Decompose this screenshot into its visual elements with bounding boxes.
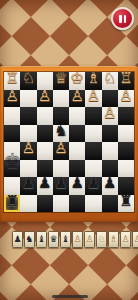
square-g1[interactable]: ♘: [102, 72, 118, 90]
square-a7[interactable]: [4, 177, 20, 195]
piece-wP: ♙: [70, 89, 83, 104]
piece-wB: ♗: [87, 71, 100, 86]
square-e3[interactable]: [69, 107, 85, 125]
piece-wQ: ♕: [54, 71, 67, 86]
square-e6[interactable]: [69, 160, 85, 178]
piece-bN: ♞: [54, 124, 67, 139]
square-b7[interactable]: ♟: [20, 177, 36, 195]
square-a5[interactable]: [4, 142, 20, 160]
captured-piece-tile: ♞: [24, 231, 35, 248]
square-b4[interactable]: [20, 125, 36, 143]
square-h8[interactable]: ♜: [118, 195, 134, 213]
square-h6[interactable]: [118, 160, 134, 178]
piece-wN: ♘: [22, 71, 35, 86]
captured-piece-tile: ♝: [60, 231, 71, 248]
captured-piece-tile: ♙: [72, 231, 83, 248]
square-c6[interactable]: [37, 160, 53, 178]
captured-piece-glyph: ♞: [25, 235, 33, 244]
captured-piece-glyph: ♛: [49, 235, 57, 244]
piece-bP: ♟: [54, 176, 67, 191]
square-g4[interactable]: [102, 125, 118, 143]
square-f8[interactable]: [85, 195, 101, 213]
piece-bR: ♜: [119, 194, 132, 209]
square-e4[interactable]: [69, 125, 85, 143]
square-a6[interactable]: [4, 160, 20, 178]
square-d5[interactable]: ♙: [53, 142, 69, 160]
captured-piece-tile: ♝: [36, 231, 47, 248]
piece-wP: ♙: [22, 141, 35, 156]
captured-piece-tile: ♙: [132, 231, 138, 248]
square-g6[interactable]: [102, 160, 118, 178]
square-d1[interactable]: ♕: [53, 72, 69, 90]
square-e1[interactable]: ♔: [69, 72, 85, 90]
square-h5[interactable]: [118, 142, 134, 160]
square-a4[interactable]: [4, 125, 20, 143]
square-f6[interactable]: [85, 160, 101, 178]
square-c7[interactable]: ♟: [37, 177, 53, 195]
captured-piece-glyph: ♝: [61, 235, 69, 244]
piece-wP: ♙: [87, 89, 100, 104]
captured-piece-tile: ♙: [84, 231, 95, 248]
square-b5[interactable]: ♙: [20, 142, 36, 160]
captured-piece-tile: ♗: [108, 231, 119, 248]
pause-icon: [124, 15, 127, 23]
square-e8[interactable]: [69, 195, 85, 213]
piece-bP: ♟: [38, 176, 51, 191]
piece-bP: ♟: [87, 176, 100, 191]
piece-wR: ♖: [119, 71, 132, 86]
square-g7[interactable]: ♟: [102, 177, 118, 195]
square-c8[interactable]: [37, 195, 53, 213]
square-h4[interactable]: [118, 125, 134, 143]
square-g5[interactable]: [102, 142, 118, 160]
square-e7[interactable]: ♟: [69, 177, 85, 195]
captured-piece-glyph: ♗: [109, 235, 117, 244]
captured-tray-white: ♙♙♘♗♙♙: [72, 231, 138, 248]
piece-wN: ♘: [103, 71, 116, 86]
captured-piece-glyph: ♝: [37, 235, 45, 244]
square-g2[interactable]: [102, 90, 118, 108]
square-c2[interactable]: ♙: [37, 90, 53, 108]
square-a8[interactable]: ♜: [4, 195, 20, 213]
pause-button[interactable]: [111, 7, 134, 30]
square-b8[interactable]: [20, 195, 36, 213]
square-c5[interactable]: [37, 142, 53, 160]
board-frame: ♖♘♕♔♗♘♖♙♙♙♙♙♙♞♙♙♟♟♟♟♟♟♜♜♚: [0, 66, 138, 222]
square-f5[interactable]: [85, 142, 101, 160]
square-d2[interactable]: [53, 90, 69, 108]
square-d3[interactable]: [53, 107, 69, 125]
square-g3[interactable]: ♙: [102, 107, 118, 125]
piece-bP: ♟: [103, 176, 116, 191]
captured-piece-tile: ♛: [48, 231, 59, 248]
piece-wP: ♙: [54, 141, 67, 156]
captured-piece-tile: ♙: [120, 231, 131, 248]
square-a1[interactable]: ♖: [4, 72, 20, 90]
square-c1[interactable]: [37, 72, 53, 90]
square-h1[interactable]: ♖: [118, 72, 134, 90]
square-b1[interactable]: ♘: [20, 72, 36, 90]
square-h2[interactable]: ♙: [118, 90, 134, 108]
captured-piece-tile: ♟: [12, 231, 23, 248]
piece-wR: ♖: [5, 71, 18, 86]
square-g8[interactable]: [102, 195, 118, 213]
square-d8[interactable]: [53, 195, 69, 213]
square-b2[interactable]: [20, 90, 36, 108]
square-h7[interactable]: [118, 177, 134, 195]
piece-wP: ♙: [38, 89, 51, 104]
captured-piece-glyph: ♙: [73, 235, 81, 244]
piece-wP: ♙: [119, 89, 132, 104]
square-a3[interactable]: [4, 107, 20, 125]
captured-piece-tile: ♘: [96, 231, 107, 248]
square-b6[interactable]: [20, 160, 36, 178]
chess-board: ♖♘♕♔♗♘♖♙♙♙♙♙♙♞♙♙♟♟♟♟♟♟♜♜♚: [4, 72, 134, 212]
square-f7[interactable]: ♟: [85, 177, 101, 195]
captured-piece-glyph: ♙: [85, 235, 93, 244]
piece-wP: ♙: [5, 89, 18, 104]
square-f4[interactable]: [85, 125, 101, 143]
square-f2[interactable]: ♙: [85, 90, 101, 108]
piece-bP: ♟: [22, 176, 35, 191]
square-e2[interactable]: ♙: [69, 90, 85, 108]
square-f1[interactable]: ♗: [85, 72, 101, 90]
captured-piece-glyph: ♟: [13, 235, 21, 244]
game-screen: ♖♘♕♔♗♘♖♙♙♙♙♙♙♞♙♙♟♟♟♟♟♟♜♜♚ ♟♞♝♛♝♟ ♙♙♘♗♙♙: [0, 0, 138, 300]
captured-piece-glyph: ♘: [97, 235, 105, 244]
piece-bP: ♟: [70, 176, 83, 191]
square-b3[interactable]: [20, 107, 36, 125]
square-d7[interactable]: ♟: [53, 177, 69, 195]
square-c3[interactable]: [37, 107, 53, 125]
piece-wK: ♔: [70, 71, 83, 86]
square-d4[interactable]: ♞: [53, 125, 69, 143]
captured-piece-glyph: ♙: [121, 235, 129, 244]
square-f3[interactable]: [85, 107, 101, 125]
captured-piece-glyph: ♙: [133, 235, 138, 244]
bottom-decorative-line: [52, 295, 88, 298]
square-e5[interactable]: [69, 142, 85, 160]
square-a2[interactable]: ♙: [4, 90, 20, 108]
square-h3[interactable]: [118, 107, 134, 125]
pause-icon: [119, 15, 122, 23]
square-d6[interactable]: [53, 160, 69, 178]
piece-wP: ♙: [103, 106, 116, 121]
piece-bR: ♜: [5, 194, 18, 209]
square-c4[interactable]: [37, 125, 53, 143]
